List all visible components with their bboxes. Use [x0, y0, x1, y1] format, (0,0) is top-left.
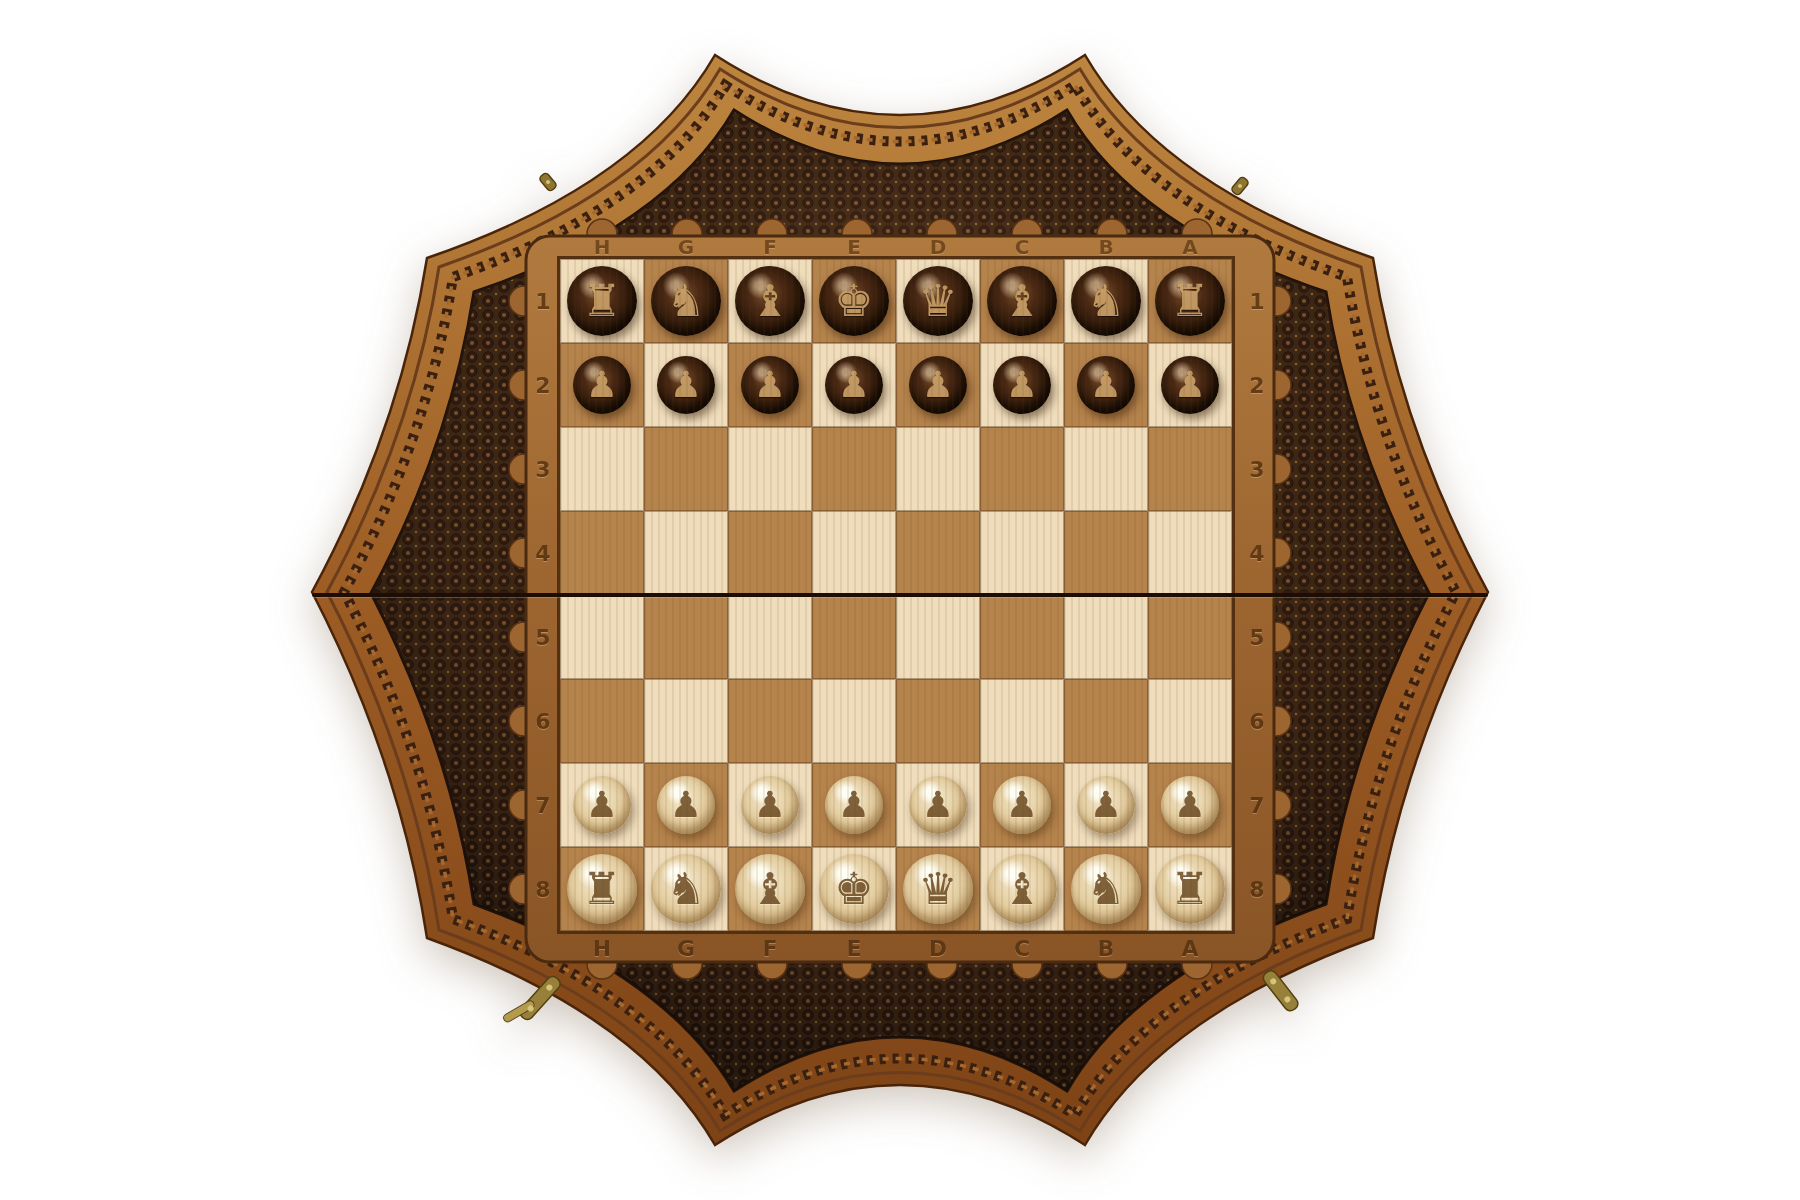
square-d2[interactable]: ♟ [896, 343, 980, 427]
square-g2[interactable]: ♟ [644, 343, 728, 427]
rank-label-left-5: 5 [535, 625, 550, 650]
piece-dark-king-e1[interactable]: ♚ [819, 266, 889, 336]
rook-glyph: ♜ [1170, 279, 1209, 323]
rank-label-left-6: 6 [535, 709, 550, 734]
square-a5[interactable] [1148, 595, 1232, 679]
piece-dark-pawn-g2[interactable]: ♟ [657, 356, 715, 414]
square-f4[interactable] [728, 511, 812, 595]
pawn-glyph: ♟ [1006, 367, 1038, 403]
knight-glyph: ♞ [1086, 279, 1125, 323]
rank-label-left-7: 7 [535, 793, 550, 818]
square-b6[interactable] [1064, 679, 1148, 763]
pawn-glyph: ♟ [586, 367, 618, 403]
square-c7[interactable]: ♟ [980, 763, 1064, 847]
piece-dark-pawn-b2[interactable]: ♟ [1077, 356, 1135, 414]
piece-dark-knight-b1[interactable]: ♞ [1071, 266, 1141, 336]
square-a7[interactable]: ♟ [1148, 763, 1232, 847]
rook-glyph: ♜ [582, 279, 621, 323]
square-f8[interactable]: ♝ [728, 847, 812, 931]
pawn-glyph: ♟ [838, 367, 870, 403]
pawn-glyph: ♟ [670, 367, 702, 403]
square-c3[interactable] [980, 427, 1064, 511]
square-f6[interactable] [728, 679, 812, 763]
queen-glyph: ♛ [918, 279, 957, 323]
piece-dark-pawn-c2[interactable]: ♟ [993, 356, 1051, 414]
piece-dark-queen-d1[interactable]: ♛ [903, 266, 973, 336]
piece-light-rook-a8[interactable]: ♜ [1155, 854, 1225, 924]
rank-label-right-6: 6 [1249, 709, 1264, 734]
square-c6[interactable] [980, 679, 1064, 763]
photo-stage: ♜♞♝♚♛♝♞♜♟♟♟♟♟♟♟♟♟♟♟♟♟♟♟♟♜♞♝♚♛♝♞♜ 1122334… [0, 0, 1800, 1200]
square-d4[interactable] [896, 511, 980, 595]
square-g5[interactable] [644, 595, 728, 679]
bishop-glyph: ♝ [1002, 279, 1041, 323]
bishop-glyph: ♝ [750, 279, 789, 323]
rank-label-left-2: 2 [535, 373, 550, 398]
square-g8[interactable]: ♞ [644, 847, 728, 931]
square-a4[interactable] [1148, 511, 1232, 595]
square-d6[interactable] [896, 679, 980, 763]
piece-dark-pawn-f2[interactable]: ♟ [741, 356, 799, 414]
square-d1[interactable]: ♛ [896, 259, 980, 343]
king-glyph: ♚ [834, 279, 873, 323]
square-c2[interactable]: ♟ [980, 343, 1064, 427]
square-h4[interactable] [560, 511, 644, 595]
piece-light-pawn-f7[interactable]: ♟ [741, 776, 799, 834]
piece-light-bishop-c8[interactable]: ♝ [987, 854, 1057, 924]
piece-light-pawn-c7[interactable]: ♟ [993, 776, 1051, 834]
piece-dark-pawn-h2[interactable]: ♟ [573, 356, 631, 414]
knight-glyph: ♞ [666, 867, 705, 911]
piece-light-pawn-g7[interactable]: ♟ [657, 776, 715, 834]
knight-glyph: ♞ [666, 279, 705, 323]
square-a3[interactable] [1148, 427, 1232, 511]
file-label-bottom-g: G [677, 936, 695, 961]
file-label-bottom-e: E [846, 936, 861, 961]
rank-label-right-1: 1 [1249, 289, 1264, 314]
file-label-bottom-c: C [1014, 936, 1030, 961]
piece-dark-bishop-f1[interactable]: ♝ [735, 266, 805, 336]
square-f2[interactable]: ♟ [728, 343, 812, 427]
square-g6[interactable] [644, 679, 728, 763]
rank-label-right-7: 7 [1249, 793, 1264, 818]
square-b8[interactable]: ♞ [1064, 847, 1148, 931]
file-label-top-a: A [1182, 235, 1197, 259]
square-b1[interactable]: ♞ [1064, 259, 1148, 343]
square-b2[interactable]: ♟ [1064, 343, 1148, 427]
square-b4[interactable] [1064, 511, 1148, 595]
square-g7[interactable]: ♟ [644, 763, 728, 847]
pawn-glyph: ♟ [1090, 787, 1122, 823]
rank-label-left-8: 8 [535, 877, 550, 902]
piece-dark-rook-h1[interactable]: ♜ [567, 266, 637, 336]
bishop-glyph: ♝ [750, 867, 789, 911]
square-f5[interactable] [728, 595, 812, 679]
square-e1[interactable]: ♚ [812, 259, 896, 343]
square-a1[interactable]: ♜ [1148, 259, 1232, 343]
rank-label-left-4: 4 [535, 541, 550, 566]
square-h1[interactable]: ♜ [560, 259, 644, 343]
rook-glyph: ♜ [582, 867, 621, 911]
square-e6[interactable] [812, 679, 896, 763]
square-b7[interactable]: ♟ [1064, 763, 1148, 847]
square-a2[interactable]: ♟ [1148, 343, 1232, 427]
piece-dark-bishop-c1[interactable]: ♝ [987, 266, 1057, 336]
square-h6[interactable] [560, 679, 644, 763]
king-glyph: ♚ [834, 867, 873, 911]
piece-light-queen-d8[interactable]: ♛ [903, 854, 973, 924]
piece-dark-rook-a1[interactable]: ♜ [1155, 266, 1225, 336]
pawn-glyph: ♟ [754, 367, 786, 403]
piece-dark-knight-g1[interactable]: ♞ [651, 266, 721, 336]
file-label-top-f: F [763, 235, 777, 259]
piece-dark-pawn-d2[interactable]: ♟ [909, 356, 967, 414]
piece-light-king-e8[interactable]: ♚ [819, 854, 889, 924]
square-g4[interactable] [644, 511, 728, 595]
piece-light-pawn-d7[interactable]: ♟ [909, 776, 967, 834]
pawn-glyph: ♟ [754, 787, 786, 823]
square-f7[interactable]: ♟ [728, 763, 812, 847]
rank-label-right-2: 2 [1249, 373, 1264, 398]
piece-light-knight-b8[interactable]: ♞ [1071, 854, 1141, 924]
piece-light-pawn-e7[interactable]: ♟ [825, 776, 883, 834]
square-b3[interactable] [1064, 427, 1148, 511]
bishop-glyph: ♝ [1002, 867, 1041, 911]
file-label-top-g: G [678, 235, 694, 259]
rank-label-right-3: 3 [1249, 457, 1264, 482]
fold-seam [312, 593, 1488, 597]
file-label-bottom-d: D [929, 936, 947, 961]
rook-glyph: ♜ [1170, 867, 1209, 911]
pawn-glyph: ♟ [922, 787, 954, 823]
rank-label-right-8: 8 [1249, 877, 1264, 902]
rank-label-left-1: 1 [535, 289, 550, 314]
pawn-glyph: ♟ [922, 367, 954, 403]
board-layer: ♜♞♝♚♛♝♞♜♟♟♟♟♟♟♟♟♟♟♟♟♟♟♟♟♜♞♝♚♛♝♞♜ 1122334… [0, 0, 1800, 1200]
square-e3[interactable] [812, 427, 896, 511]
rank-label-left-3: 3 [535, 457, 550, 482]
square-b5[interactable] [1064, 595, 1148, 679]
piece-light-pawn-h7[interactable]: ♟ [573, 776, 631, 834]
square-c5[interactable] [980, 595, 1064, 679]
square-e7[interactable]: ♟ [812, 763, 896, 847]
piece-dark-pawn-a2[interactable]: ♟ [1161, 356, 1219, 414]
file-label-top-h: H [594, 235, 611, 259]
file-label-top-b: B [1098, 235, 1113, 259]
file-label-bottom-f: F [762, 936, 777, 961]
square-c8[interactable]: ♝ [980, 847, 1064, 931]
pawn-glyph: ♟ [1174, 367, 1206, 403]
pawn-glyph: ♟ [1006, 787, 1038, 823]
pawn-glyph: ♟ [1090, 367, 1122, 403]
square-e8[interactable]: ♚ [812, 847, 896, 931]
square-e4[interactable] [812, 511, 896, 595]
pawn-glyph: ♟ [838, 787, 870, 823]
piece-light-bishop-f8[interactable]: ♝ [735, 854, 805, 924]
square-e2[interactable]: ♟ [812, 343, 896, 427]
square-h7[interactable]: ♟ [560, 763, 644, 847]
square-c1[interactable]: ♝ [980, 259, 1064, 343]
file-label-bottom-a: A [1181, 936, 1198, 961]
pawn-glyph: ♟ [1174, 787, 1206, 823]
piece-dark-pawn-e2[interactable]: ♟ [825, 356, 883, 414]
square-d3[interactable] [896, 427, 980, 511]
rank-label-right-5: 5 [1249, 625, 1264, 650]
square-c4[interactable] [980, 511, 1064, 595]
square-g1[interactable]: ♞ [644, 259, 728, 343]
file-label-bottom-b: B [1098, 936, 1115, 961]
file-label-top-d: D [930, 235, 947, 259]
knight-glyph: ♞ [1086, 867, 1125, 911]
square-g3[interactable] [644, 427, 728, 511]
square-d5[interactable] [896, 595, 980, 679]
square-f1[interactable]: ♝ [728, 259, 812, 343]
square-h3[interactable] [560, 427, 644, 511]
pawn-glyph: ♟ [670, 787, 702, 823]
square-h8[interactable]: ♜ [560, 847, 644, 931]
square-a8[interactable]: ♜ [1148, 847, 1232, 931]
piece-light-pawn-a7[interactable]: ♟ [1161, 776, 1219, 834]
queen-glyph: ♛ [918, 867, 957, 911]
square-a6[interactable] [1148, 679, 1232, 763]
square-d7[interactable]: ♟ [896, 763, 980, 847]
square-e5[interactable] [812, 595, 896, 679]
pawn-glyph: ♟ [586, 787, 618, 823]
square-h2[interactable]: ♟ [560, 343, 644, 427]
piece-light-knight-g8[interactable]: ♞ [651, 854, 721, 924]
square-h5[interactable] [560, 595, 644, 679]
piece-light-pawn-b7[interactable]: ♟ [1077, 776, 1135, 834]
file-label-bottom-h: H [593, 936, 611, 961]
square-d8[interactable]: ♛ [896, 847, 980, 931]
file-label-top-e: E [847, 235, 861, 259]
rank-label-right-4: 4 [1249, 541, 1264, 566]
piece-light-rook-h8[interactable]: ♜ [567, 854, 637, 924]
file-label-top-c: C [1015, 235, 1030, 259]
square-f3[interactable] [728, 427, 812, 511]
